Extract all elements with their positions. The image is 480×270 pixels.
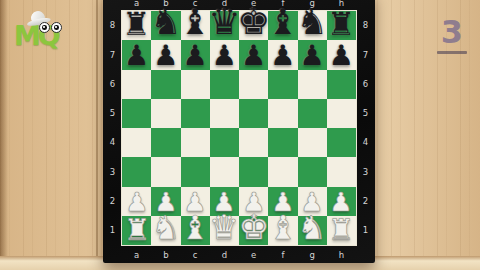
- square-f4[interactable]: [268, 128, 297, 157]
- rank-label-4: 4: [356, 128, 375, 157]
- square-f3[interactable]: [268, 157, 297, 186]
- rank-labels-right: 87654321: [356, 11, 375, 245]
- square-d4[interactable]: [210, 128, 239, 157]
- square-d3[interactable]: [210, 157, 239, 186]
- square-h6[interactable]: [327, 70, 356, 99]
- square-b7[interactable]: ♟: [151, 40, 180, 69]
- channel-logo: MQ: [12, 10, 74, 58]
- square-d6[interactable]: [210, 70, 239, 99]
- black-pawn[interactable]: ♟: [153, 42, 178, 70]
- file-label-g: g: [298, 246, 327, 264]
- white-knight[interactable]: ♞: [298, 212, 327, 245]
- black-pawn[interactable]: ♟: [241, 42, 266, 70]
- square-g4[interactable]: [298, 128, 327, 157]
- square-b8[interactable]: ♞: [151, 11, 180, 40]
- googly-eye-icon: [51, 22, 62, 33]
- square-h7[interactable]: ♟: [327, 40, 356, 69]
- googly-eye-icon: [39, 22, 50, 33]
- chess-board: abcdefgh 87654321 87654321 abcdefgh ♜♞♝♛…: [103, 0, 375, 263]
- wood-left-shadow: [0, 0, 8, 270]
- square-a2[interactable]: ♟: [122, 187, 151, 216]
- square-f7[interactable]: ♟: [268, 40, 297, 69]
- rank-labels-left: 87654321: [103, 11, 122, 245]
- file-label-e: e: [239, 246, 268, 264]
- rank-label-3: 3: [356, 157, 375, 186]
- square-b5[interactable]: [151, 99, 180, 128]
- white-bishop[interactable]: ♝: [268, 212, 297, 245]
- square-a8[interactable]: ♜: [122, 11, 151, 40]
- square-h3[interactable]: [327, 157, 356, 186]
- rank-label-5: 5: [103, 99, 122, 128]
- board-grid: ♜♞♝♛♚♝♞♜♟♟♟♟♟♟♟♟♟♟♟♟♟♟♟♟♜♞♝♛♚♝♞♜: [122, 11, 356, 245]
- rank-label-6: 6: [356, 70, 375, 99]
- black-pawn[interactable]: ♟: [329, 42, 354, 70]
- square-g6[interactable]: [298, 70, 327, 99]
- watermark-caption-text: [437, 51, 467, 54]
- square-e4[interactable]: [239, 128, 268, 157]
- square-g3[interactable]: [298, 157, 327, 186]
- black-knight[interactable]: ♞: [150, 5, 181, 40]
- square-e5[interactable]: [239, 99, 268, 128]
- file-labels-bottom: abcdefgh: [122, 246, 356, 264]
- square-g1[interactable]: ♞: [298, 216, 327, 245]
- black-pawn[interactable]: ♟: [270, 42, 295, 70]
- square-c6[interactable]: [181, 70, 210, 99]
- square-a1[interactable]: ♜: [122, 216, 151, 245]
- white-king[interactable]: ♚: [238, 211, 269, 245]
- square-b1[interactable]: ♞: [151, 216, 180, 245]
- watermark-number: 3: [432, 16, 472, 48]
- square-e7[interactable]: ♟: [239, 40, 268, 69]
- file-label-c: c: [181, 246, 210, 264]
- square-f1[interactable]: ♝: [268, 216, 297, 245]
- square-c7[interactable]: ♟: [181, 40, 210, 69]
- file-label-h: h: [327, 246, 356, 264]
- square-d7[interactable]: ♟: [210, 40, 239, 69]
- square-e3[interactable]: [239, 157, 268, 186]
- rank-label-2: 2: [356, 187, 375, 216]
- file-label-d: d: [210, 246, 239, 264]
- rank-label-1: 1: [103, 216, 122, 245]
- black-bishop[interactable]: ♝: [267, 5, 298, 40]
- square-b6[interactable]: [151, 70, 180, 99]
- black-pawn[interactable]: ♟: [212, 42, 237, 70]
- square-h8[interactable]: ♜: [327, 11, 356, 40]
- white-queen[interactable]: ♛: [209, 212, 239, 245]
- square-c8[interactable]: ♝: [181, 11, 210, 40]
- white-rook[interactable]: ♜: [328, 215, 355, 245]
- square-c4[interactable]: [181, 128, 210, 157]
- watermark: 3: [432, 16, 472, 54]
- black-king[interactable]: ♚: [237, 3, 270, 40]
- rank-label-2: 2: [103, 187, 122, 216]
- square-h2[interactable]: ♟: [327, 187, 356, 216]
- square-a5[interactable]: [122, 99, 151, 128]
- square-e1[interactable]: ♚: [239, 216, 268, 245]
- rank-label-4: 4: [103, 128, 122, 157]
- square-c5[interactable]: [181, 99, 210, 128]
- file-label-a: a: [122, 246, 151, 264]
- square-g8[interactable]: ♞: [298, 11, 327, 40]
- wood-plank-seam: [96, 0, 98, 270]
- square-g5[interactable]: [298, 99, 327, 128]
- square-d8[interactable]: ♛: [210, 11, 239, 40]
- square-a7[interactable]: ♟: [122, 40, 151, 69]
- square-a6[interactable]: [122, 70, 151, 99]
- black-pawn[interactable]: ♟: [183, 42, 208, 70]
- rank-label-8: 8: [356, 11, 375, 40]
- square-h1[interactable]: ♜: [327, 216, 356, 245]
- square-a3[interactable]: [122, 157, 151, 186]
- square-g7[interactable]: ♟: [298, 40, 327, 69]
- square-c3[interactable]: [181, 157, 210, 186]
- rank-label-7: 7: [356, 40, 375, 69]
- black-rook[interactable]: ♜: [122, 8, 151, 40]
- square-f5[interactable]: [268, 99, 297, 128]
- file-label-f: f: [268, 246, 297, 264]
- black-bishop[interactable]: ♝: [179, 5, 210, 40]
- square-b4[interactable]: [151, 128, 180, 157]
- square-e6[interactable]: [239, 70, 268, 99]
- white-knight[interactable]: ♞: [151, 212, 180, 245]
- square-f8[interactable]: ♝: [268, 11, 297, 40]
- black-pawn[interactable]: ♟: [124, 42, 149, 70]
- white-rook[interactable]: ♜: [123, 215, 150, 245]
- white-bishop[interactable]: ♝: [181, 212, 210, 245]
- square-b3[interactable]: [151, 157, 180, 186]
- square-f6[interactable]: [268, 70, 297, 99]
- video-frame: MQ abcdefgh 87654321 87654321 abcdefgh ♜…: [0, 0, 480, 270]
- file-label-b: b: [151, 246, 180, 264]
- black-pawn[interactable]: ♟: [300, 42, 325, 70]
- rank-label-7: 7: [103, 40, 122, 69]
- square-h4[interactable]: [327, 128, 356, 157]
- black-knight[interactable]: ♞: [296, 5, 327, 40]
- black-queen[interactable]: ♛: [208, 4, 240, 40]
- rank-label-3: 3: [103, 157, 122, 186]
- rank-label-6: 6: [103, 70, 122, 99]
- square-d5[interactable]: [210, 99, 239, 128]
- rank-label-1: 1: [356, 216, 375, 245]
- square-h5[interactable]: [327, 99, 356, 128]
- black-rook[interactable]: ♜: [327, 8, 356, 40]
- rank-label-8: 8: [103, 11, 122, 40]
- square-d1[interactable]: ♛: [210, 216, 239, 245]
- square-e8[interactable]: ♚: [239, 11, 268, 40]
- square-a4[interactable]: [122, 128, 151, 157]
- square-c1[interactable]: ♝: [181, 216, 210, 245]
- rank-label-5: 5: [356, 99, 375, 128]
